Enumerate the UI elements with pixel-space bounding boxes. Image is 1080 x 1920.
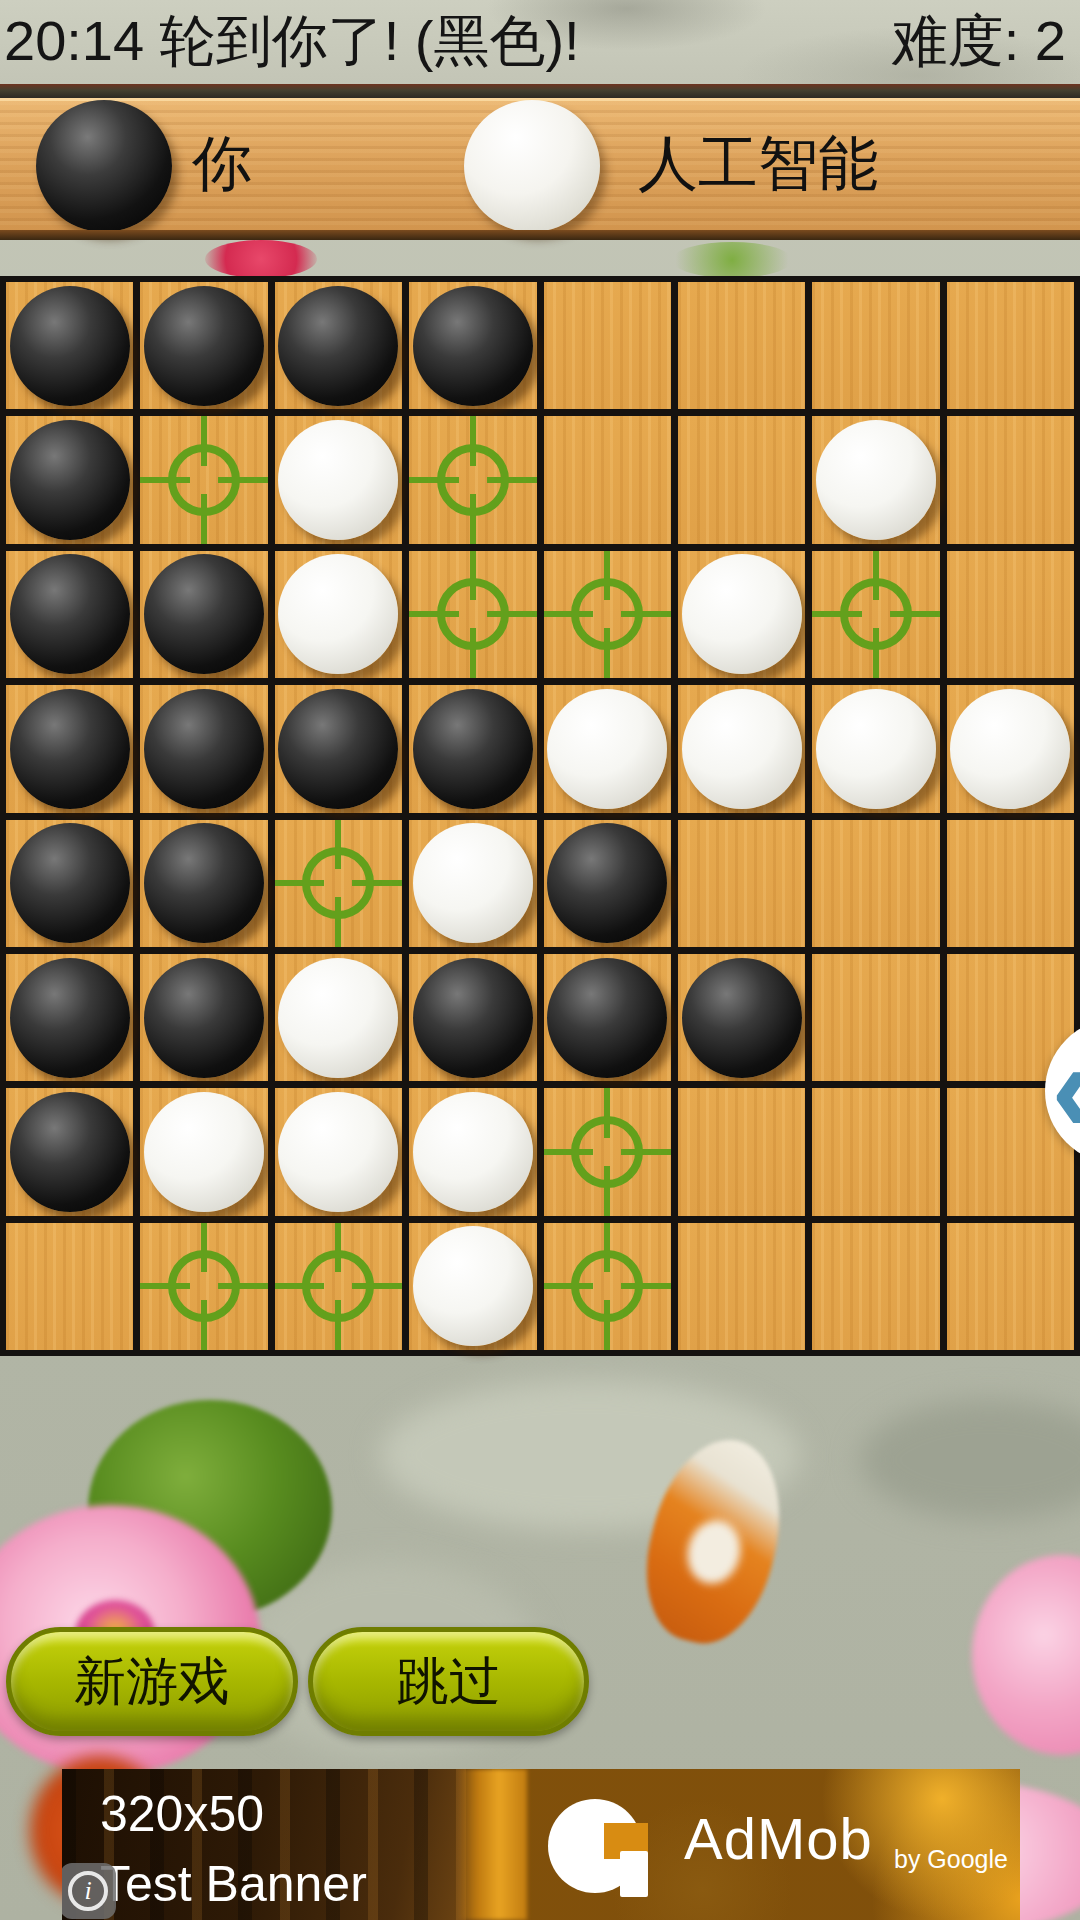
legal-move-marker[interactable]: [140, 416, 267, 543]
black-piece: ●: [144, 554, 264, 674]
chevron-left-icon: ‹: [1051, 1014, 1080, 1160]
cell-g7: [812, 1088, 939, 1215]
cell-g2: ○: [812, 416, 939, 543]
ad-test-banner-text: Test Banner: [100, 1855, 367, 1913]
black-piece: ●: [144, 823, 264, 943]
black-piece: ●: [547, 958, 667, 1078]
player-ai-label: 人工智能: [638, 98, 878, 230]
black-piece: ●: [413, 286, 533, 406]
cell-a7: ●: [6, 1088, 133, 1215]
white-piece: ○: [413, 1226, 533, 1346]
cell-c1: ●: [275, 282, 402, 409]
black-piece: ●: [144, 689, 264, 809]
ad-size-text: 320x50: [100, 1785, 264, 1843]
cell-e7[interactable]: [544, 1088, 671, 1215]
cell-g5: [812, 820, 939, 947]
legal-move-marker[interactable]: [409, 416, 536, 543]
cell-b2[interactable]: [140, 416, 267, 543]
white-piece: ○: [547, 689, 667, 809]
white-piece: ○: [950, 689, 1070, 809]
cell-h3: [947, 551, 1074, 678]
cell-d4: ●: [409, 685, 536, 812]
cell-c4: ●: [275, 685, 402, 812]
cell-a6: ●: [6, 954, 133, 1081]
cell-a5: ●: [6, 820, 133, 947]
drawer-handle[interactable]: ‹: [1045, 1018, 1080, 1164]
legal-move-marker[interactable]: [544, 551, 671, 678]
black-piece: ●: [10, 554, 130, 674]
white-piece: ○: [278, 420, 398, 540]
cell-g3[interactable]: [812, 551, 939, 678]
cell-d7: ○: [409, 1088, 536, 1215]
cell-e3[interactable]: [544, 551, 671, 678]
cell-b8[interactable]: [140, 1223, 267, 1350]
black-piece: ●: [144, 958, 264, 1078]
pond-stone: [380, 1380, 800, 1530]
white-piece: ○: [682, 554, 802, 674]
lily-pad: [88, 1400, 332, 1618]
cell-d5: ○: [409, 820, 536, 947]
cell-a1: ●: [6, 282, 133, 409]
cell-c6: ○: [275, 954, 402, 1081]
black-piece: ●: [413, 689, 533, 809]
white-piece: ○: [413, 823, 533, 943]
white-piece: ○: [682, 689, 802, 809]
cell-g1: [812, 282, 939, 409]
black-piece: ●: [278, 286, 398, 406]
pass-button[interactable]: 跳过: [308, 1627, 589, 1736]
black-piece: ●: [682, 958, 802, 1078]
title-bar: 20:14 轮到你了! (黑色)! 难度: 2: [0, 0, 1080, 84]
cell-f3: ○: [678, 551, 805, 678]
cell-c7: ○: [275, 1088, 402, 1215]
cell-f2: [678, 416, 805, 543]
cell-b5: ●: [140, 820, 267, 947]
player-panel-edge: [0, 230, 1080, 240]
ad-banner-ornament: [457, 1769, 527, 1920]
black-piece: ●: [413, 958, 533, 1078]
ad-info-icon[interactable]: i: [62, 1863, 116, 1919]
ad-banner[interactable]: 320x50 Test Banner i AdMob by Google: [62, 1769, 1020, 1920]
app-screen: 20:14 轮到你了! (黑色)! 难度: 2 ● 你 ○ 人工智能 ●●●●●…: [0, 0, 1080, 1920]
player-you-label: 你: [192, 98, 252, 230]
black-piece: ●: [144, 286, 264, 406]
cell-g6: [812, 954, 939, 1081]
cell-f4: ○: [678, 685, 805, 812]
cell-a3: ●: [6, 551, 133, 678]
lotus-flower: [972, 1555, 1080, 1755]
cell-e4: ○: [544, 685, 671, 812]
black-piece: ●: [10, 1092, 130, 1212]
legal-move-marker[interactable]: [544, 1223, 671, 1350]
cell-h4: ○: [947, 685, 1074, 812]
legal-move-marker[interactable]: [140, 1223, 267, 1350]
legal-move-marker[interactable]: [409, 551, 536, 678]
board: ●●●●●○○●●○○●●●●○○○○●●○●●●○●●●●○○○○: [0, 276, 1080, 1356]
legal-move-marker[interactable]: [275, 820, 402, 947]
koi-fish-patch: [681, 1515, 747, 1590]
white-piece: ○: [278, 1092, 398, 1212]
cell-b6: ●: [140, 954, 267, 1081]
cell-g8: [812, 1223, 939, 1350]
cell-f7: [678, 1088, 805, 1215]
cell-h1: [947, 282, 1074, 409]
admob-brand-text: AdMob: [684, 1805, 873, 1872]
cell-d3[interactable]: [409, 551, 536, 678]
black-piece: ●: [10, 420, 130, 540]
white-piece: ○: [278, 958, 398, 1078]
cell-d2[interactable]: [409, 416, 536, 543]
cell-b7: ○: [140, 1088, 267, 1215]
white-piece: ○: [278, 554, 398, 674]
black-stone-icon: ●: [36, 100, 172, 232]
cell-e8[interactable]: [544, 1223, 671, 1350]
pond-leaf: [672, 242, 792, 278]
cell-d6: ●: [409, 954, 536, 1081]
cell-a4: ●: [6, 685, 133, 812]
legal-move-marker[interactable]: [812, 551, 939, 678]
cell-b1: ●: [140, 282, 267, 409]
white-stone-icon: ○: [464, 100, 600, 232]
cell-d1: ●: [409, 282, 536, 409]
cell-h8: [947, 1223, 1074, 1350]
by-google-text: by Google: [894, 1845, 1008, 1874]
legal-move-marker[interactable]: [275, 1223, 402, 1350]
black-piece: ●: [278, 689, 398, 809]
new-game-button[interactable]: 新游戏: [6, 1627, 298, 1736]
black-piece: ●: [10, 286, 130, 406]
title-separator: [0, 84, 1080, 98]
white-piece: ○: [816, 420, 936, 540]
cell-c3: ○: [275, 551, 402, 678]
cell-g4: ○: [812, 685, 939, 812]
cell-e2: [544, 416, 671, 543]
lotus-flower: [205, 240, 317, 278]
cell-e1: [544, 282, 671, 409]
cell-h2: [947, 416, 1074, 543]
black-piece: ●: [10, 823, 130, 943]
white-piece: ○: [144, 1092, 264, 1212]
cell-f6: ●: [678, 954, 805, 1081]
black-piece: ●: [10, 689, 130, 809]
pond-stone: [860, 1400, 1080, 1520]
cell-e5: ●: [544, 820, 671, 947]
cell-f5: [678, 820, 805, 947]
cell-e6: ●: [544, 954, 671, 1081]
koi-fish: [629, 1426, 799, 1656]
cell-a8: [6, 1223, 133, 1350]
admob-logo-icon: [548, 1797, 658, 1897]
cell-c2: ○: [275, 416, 402, 543]
difficulty-text: 难度: 2: [892, 4, 1066, 80]
cell-d8: ○: [409, 1223, 536, 1350]
cell-f8: [678, 1223, 805, 1350]
cell-c5[interactable]: [275, 820, 402, 947]
cell-b4: ●: [140, 685, 267, 812]
cell-h5: [947, 820, 1074, 947]
cell-b3: ●: [140, 551, 267, 678]
cell-c8[interactable]: [275, 1223, 402, 1350]
turn-status-text: 20:14 轮到你了! (黑色)!: [4, 4, 580, 80]
cell-f1: [678, 282, 805, 409]
white-piece: ○: [816, 689, 936, 809]
white-piece: ○: [413, 1092, 533, 1212]
black-piece: ●: [547, 823, 667, 943]
black-piece: ●: [10, 958, 130, 1078]
legal-move-marker[interactable]: [544, 1088, 671, 1215]
cell-a2: ●: [6, 416, 133, 543]
